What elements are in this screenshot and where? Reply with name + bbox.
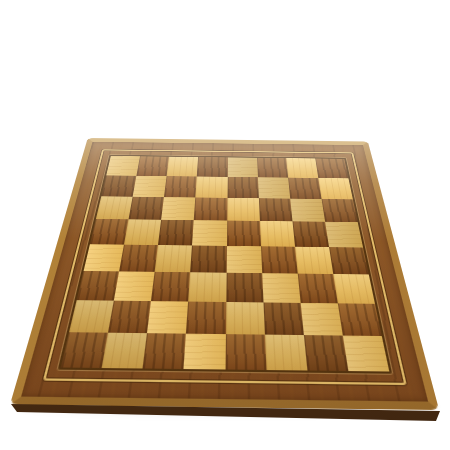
square-d7[interactable] xyxy=(196,177,228,198)
square-a4[interactable] xyxy=(84,244,124,271)
square-h7[interactable] xyxy=(318,178,353,199)
square-f3[interactable] xyxy=(262,273,301,303)
square-e1[interactable] xyxy=(225,334,266,370)
square-f5[interactable] xyxy=(260,221,295,246)
square-b4[interactable] xyxy=(119,244,158,271)
square-c7[interactable] xyxy=(164,176,197,197)
square-b8[interactable] xyxy=(137,156,170,176)
square-f6[interactable] xyxy=(259,198,293,221)
square-f7[interactable] xyxy=(258,177,290,198)
square-f4[interactable] xyxy=(261,246,298,273)
square-d2[interactable] xyxy=(186,301,225,334)
square-c4[interactable] xyxy=(155,245,192,272)
square-b5[interactable] xyxy=(124,220,161,245)
square-c6[interactable] xyxy=(161,197,195,220)
square-g3[interactable] xyxy=(297,273,337,303)
square-a2[interactable] xyxy=(69,300,114,333)
square-g4[interactable] xyxy=(295,246,333,273)
square-c8[interactable] xyxy=(167,157,199,177)
square-b1[interactable] xyxy=(102,333,147,369)
square-f2[interactable] xyxy=(263,302,303,335)
square-g7[interactable] xyxy=(288,178,322,199)
square-e5[interactable] xyxy=(227,221,261,246)
square-e8[interactable] xyxy=(227,157,257,177)
square-g8[interactable] xyxy=(286,158,318,178)
square-a3[interactable] xyxy=(77,271,120,301)
square-d6[interactable] xyxy=(194,198,227,221)
square-h2[interactable] xyxy=(338,303,382,336)
square-c1[interactable] xyxy=(143,333,187,369)
square-g5[interactable] xyxy=(292,222,329,247)
square-g2[interactable] xyxy=(300,303,342,336)
square-f1[interactable] xyxy=(265,334,308,370)
square-c3[interactable] xyxy=(151,272,190,302)
square-h6[interactable] xyxy=(321,199,357,222)
square-d1[interactable] xyxy=(184,334,226,370)
board-perspective-wrapper xyxy=(55,74,398,417)
board-photo xyxy=(0,0,450,450)
square-a7[interactable] xyxy=(101,175,136,196)
square-a5[interactable] xyxy=(90,219,129,244)
squares-grid xyxy=(61,156,390,372)
square-b6[interactable] xyxy=(129,197,165,220)
square-h4[interactable] xyxy=(329,247,369,274)
perspective-scene xyxy=(55,74,398,417)
square-f8[interactable] xyxy=(257,158,288,178)
square-d5[interactable] xyxy=(192,220,226,245)
square-h1[interactable] xyxy=(343,335,390,371)
square-h3[interactable] xyxy=(333,274,375,304)
square-c2[interactable] xyxy=(147,301,188,334)
square-e6[interactable] xyxy=(227,198,260,221)
square-e3[interactable] xyxy=(226,272,263,302)
chessboard xyxy=(10,138,439,410)
square-a1[interactable] xyxy=(61,332,108,368)
square-a6[interactable] xyxy=(96,196,133,219)
square-b7[interactable] xyxy=(133,176,167,197)
square-b3[interactable] xyxy=(114,271,155,301)
square-e7[interactable] xyxy=(227,177,258,198)
square-g6[interactable] xyxy=(290,199,325,222)
square-a8[interactable] xyxy=(106,156,140,176)
square-h8[interactable] xyxy=(315,158,348,178)
square-e4[interactable] xyxy=(226,246,262,273)
square-g1[interactable] xyxy=(304,335,349,371)
square-c5[interactable] xyxy=(158,220,194,245)
square-h5[interactable] xyxy=(325,222,363,247)
square-b2[interactable] xyxy=(108,300,151,333)
square-e2[interactable] xyxy=(225,302,264,335)
square-d3[interactable] xyxy=(189,272,227,302)
square-d8[interactable] xyxy=(197,157,228,177)
square-d4[interactable] xyxy=(191,245,227,272)
